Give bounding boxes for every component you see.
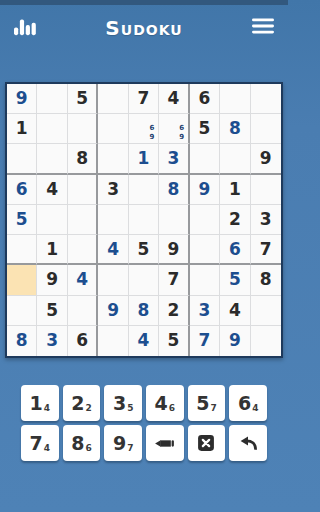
cell-r6c6[interactable]: 9 [159,235,189,265]
menu-button[interactable] [249,14,277,42]
cell-r1c6[interactable]: 4 [159,84,189,114]
key-remaining-count: 4 [44,444,50,453]
cell-r7c6[interactable]: 7 [159,265,189,295]
key-8[interactable]: 86 [63,425,101,461]
cell-r7c8[interactable]: 5 [220,265,250,295]
cell-r5c8[interactable]: 2 [220,205,250,235]
key-4[interactable]: 46 [146,385,184,421]
cell-r5c6[interactable] [159,205,189,235]
cell-r4c5[interactable] [129,175,159,205]
given-digit: 1 [16,120,28,137]
entered-digit: 3 [168,150,180,167]
cell-r6c8[interactable]: 6 [220,235,250,265]
given-digit: 7 [138,90,150,107]
key-1[interactable]: 14 [21,385,59,421]
cell-r2c5[interactable]: 69 [129,114,159,144]
cell-r8c6[interactable]: 2 [159,296,189,326]
given-digit: 6 [76,332,88,349]
cell-r1c5[interactable]: 7 [129,84,159,114]
given-digit: 2 [229,211,241,228]
key-remaining-count: 6 [169,404,175,413]
key-9[interactable]: 97 [104,425,142,461]
cell-r1c7[interactable]: 6 [190,84,220,114]
key-2[interactable]: 22 [63,385,101,421]
entered-digit: 5 [229,271,241,288]
given-digit: 8 [260,271,272,288]
key-number: 8 [71,434,84,453]
cell-r5c7[interactable] [190,205,220,235]
entered-digit: 8 [16,332,28,349]
given-digit: 7 [260,241,272,258]
key-6[interactable]: 64 [229,385,267,421]
cell-r1c1[interactable]: 9 [7,84,37,114]
cell-r7c5[interactable] [129,265,159,295]
cell-r8c2[interactable]: 5 [37,296,67,326]
entered-digit: 5 [16,211,28,228]
pencil-notes: 69 [159,114,187,143]
cell-r2c6[interactable]: 69 [159,114,189,144]
cell-r7c7[interactable] [190,265,220,295]
erase-icon [196,433,216,453]
stats-button[interactable] [11,14,39,42]
pencil-icon [153,432,176,455]
entered-digit: 3 [198,302,210,319]
cell-r9c4[interactable] [98,326,128,356]
cell-r4c6[interactable]: 8 [159,175,189,205]
key-number: 2 [71,394,84,413]
key-number: 5 [196,394,209,413]
cell-r8c5[interactable]: 8 [129,296,159,326]
cell-r2c2[interactable] [37,114,67,144]
key-remaining-count: 2 [85,404,91,413]
cell-r4c8[interactable]: 1 [220,175,250,205]
given-digit: 5 [198,120,210,137]
cell-r3c1[interactable] [7,144,37,174]
app-header: Sudoku [0,5,288,50]
cell-r6c4[interactable]: 4 [98,235,128,265]
given-digit: 3 [107,181,119,198]
given-digit: 5 [138,241,150,258]
cell-r9c3[interactable]: 6 [68,326,98,356]
cell-r3c2[interactable] [37,144,67,174]
cell-r4c2[interactable]: 4 [37,175,67,205]
cell-r7c4[interactable] [98,265,128,295]
given-digit: 1 [46,241,58,258]
given-digit: 4 [168,90,180,107]
cell-r2c4[interactable] [98,114,128,144]
cell-r3c3[interactable]: 8 [68,144,98,174]
cell-r5c3[interactable] [68,205,98,235]
key-remaining-count: 7 [210,404,216,413]
given-digit: 9 [260,150,272,167]
cell-r1c8[interactable] [220,84,250,114]
cell-r2c1[interactable]: 1 [7,114,37,144]
cell-r1c9[interactable] [251,84,281,114]
cell-r5c2[interactable] [37,205,67,235]
given-digit: 5 [168,332,180,349]
undo-button[interactable] [229,425,267,461]
cell-r1c4[interactable] [98,84,128,114]
key-number: 3 [113,394,126,413]
key-5[interactable]: 57 [188,385,226,421]
given-digit: 9 [46,271,58,288]
given-digit: 5 [76,90,88,107]
key-number: 1 [30,394,43,413]
entered-digit: 1 [138,150,150,167]
cell-r8c3[interactable] [68,296,98,326]
given-digit: 1 [229,181,241,198]
entered-digit: 9 [198,181,210,198]
cell-r4c4[interactable]: 3 [98,175,128,205]
cell-r5c4[interactable] [98,205,128,235]
cell-r5c9[interactable]: 3 [251,205,281,235]
number-keypad: 142235465764748697 [21,385,267,461]
cell-r6c3[interactable] [68,235,98,265]
entered-digit: 8 [138,302,150,319]
cell-r4c7[interactable]: 9 [190,175,220,205]
key-remaining-count: 5 [127,404,133,413]
given-digit: 5 [46,302,58,319]
cell-r9c9[interactable] [251,326,281,356]
cell-r7c3[interactable]: 4 [68,265,98,295]
cell-r9c5[interactable]: 4 [129,326,159,356]
cell-r8c8[interactable]: 4 [220,296,250,326]
given-digit: 6 [198,90,210,107]
erase-button[interactable] [188,425,226,461]
cell-r5c1[interactable]: 5 [7,205,37,235]
cell-r1c2[interactable] [37,84,67,114]
cell-r4c3[interactable] [68,175,98,205]
cell-r8c4[interactable]: 9 [98,296,128,326]
cell-r1c3[interactable]: 5 [68,84,98,114]
cell-r9c1[interactable]: 8 [7,326,37,356]
key-number: 4 [155,394,168,413]
cell-r9c8[interactable]: 9 [220,326,250,356]
given-digit: 4 [46,181,58,198]
cell-r2c8[interactable]: 8 [220,114,250,144]
given-digit: 3 [260,211,272,228]
cell-r3c5[interactable]: 1 [129,144,159,174]
cell-r8c7[interactable]: 3 [190,296,220,326]
cell-r8c9[interactable] [251,296,281,326]
key-remaining-count: 4 [44,404,50,413]
entered-digit: 9 [229,332,241,349]
given-digit: 4 [229,302,241,319]
cell-r8c1[interactable] [7,296,37,326]
cell-r9c2[interactable]: 3 [37,326,67,356]
cell-r5c5[interactable] [129,205,159,235]
cell-r6c9[interactable]: 7 [251,235,281,265]
page-title: Sudoku [39,16,249,40]
cell-r2c7[interactable]: 5 [190,114,220,144]
cell-r3c6[interactable]: 3 [159,144,189,174]
sudoku-board: 9574616969588139643891523145967947585982… [5,82,283,358]
given-digit: 2 [168,302,180,319]
cell-r7c2[interactable]: 9 [37,265,67,295]
cell-r2c3[interactable] [68,114,98,144]
bar-chart-icon [13,15,37,41]
cell-r9c6[interactable]: 5 [159,326,189,356]
hamburger-menu-icon [251,17,275,39]
cell-r2c9[interactable] [251,114,281,144]
cell-r6c5[interactable]: 5 [129,235,159,265]
given-digit: 8 [76,150,88,167]
cell-r9c7[interactable]: 7 [190,326,220,356]
key-number: 9 [113,434,126,453]
entered-digit: 6 [229,241,241,258]
pencil-notes: 69 [129,114,158,143]
key-remaining-count: 4 [252,404,258,413]
key-3[interactable]: 35 [104,385,142,421]
entered-digit: 4 [138,332,150,349]
cell-r3c8[interactable] [220,144,250,174]
key-number: 6 [238,394,251,413]
entered-digit: 8 [168,181,180,198]
cell-r4c9[interactable] [251,175,281,205]
cell-r7c1[interactable] [7,265,37,295]
cell-r6c7[interactable] [190,235,220,265]
entered-digit: 4 [107,241,119,258]
cell-r6c1[interactable] [7,235,37,265]
entered-digit: 4 [76,271,88,288]
given-digit: 7 [168,271,180,288]
cell-r7c9[interactable]: 8 [251,265,281,295]
pencil-button[interactable] [146,425,184,461]
key-remaining-count: 7 [127,444,133,453]
entered-digit: 8 [229,120,241,137]
entered-digit: 9 [16,90,28,107]
entered-digit: 6 [16,181,28,198]
key-remaining-count: 6 [85,444,91,453]
undo-icon [237,432,260,455]
entered-digit: 7 [198,332,210,349]
cell-r3c7[interactable] [190,144,220,174]
entered-digit: 9 [107,302,119,319]
key-7[interactable]: 74 [21,425,59,461]
key-number: 7 [30,434,43,453]
cell-r4c1[interactable]: 6 [7,175,37,205]
cell-r3c9[interactable]: 9 [251,144,281,174]
cell-r6c2[interactable]: 1 [37,235,67,265]
cell-r3c4[interactable] [98,144,128,174]
given-digit: 9 [168,241,180,258]
entered-digit: 3 [46,332,58,349]
